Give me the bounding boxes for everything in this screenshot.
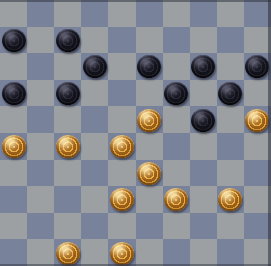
square-r8c6	[163, 213, 190, 240]
square-r5c0[interactable]	[0, 133, 27, 160]
white-man[interactable]	[218, 188, 242, 211]
square-r8c7[interactable]	[190, 213, 217, 240]
square-r9c4[interactable]	[108, 239, 135, 266]
square-r0c2	[54, 0, 81, 27]
white-man[interactable]	[110, 135, 134, 158]
square-r6c7[interactable]	[190, 160, 217, 187]
square-r3c9	[244, 80, 271, 107]
square-r5c5	[136, 133, 163, 160]
square-r0c4	[108, 0, 135, 27]
square-r9c2[interactable]	[54, 239, 81, 266]
square-r0c8	[217, 0, 244, 27]
square-r2c5[interactable]	[136, 53, 163, 80]
square-r5c1	[27, 133, 54, 160]
square-r2c9[interactable]	[244, 53, 271, 80]
square-r0c5[interactable]	[136, 0, 163, 27]
square-r2c3[interactable]	[81, 53, 108, 80]
square-r4c9[interactable]	[244, 106, 271, 133]
square-r4c7[interactable]	[190, 106, 217, 133]
black-man[interactable]	[191, 55, 215, 78]
square-r3c3	[81, 80, 108, 107]
square-r4c2	[54, 106, 81, 133]
square-r3c4[interactable]	[108, 80, 135, 107]
square-r6c8	[217, 160, 244, 187]
square-r6c3[interactable]	[81, 160, 108, 187]
black-man[interactable]	[137, 55, 161, 78]
square-r9c9	[244, 239, 271, 266]
square-r0c7[interactable]	[190, 0, 217, 27]
square-r7c5	[136, 186, 163, 213]
square-r3c0[interactable]	[0, 80, 27, 107]
square-r7c6[interactable]	[163, 186, 190, 213]
square-r5c8[interactable]	[217, 133, 244, 160]
square-r2c0	[0, 53, 27, 80]
square-r5c3	[81, 133, 108, 160]
white-man[interactable]	[56, 135, 80, 158]
square-r8c8	[217, 213, 244, 240]
white-man[interactable]	[164, 188, 188, 211]
square-r2c4	[108, 53, 135, 80]
square-r7c8[interactable]	[217, 186, 244, 213]
square-r3c7	[190, 80, 217, 107]
square-r1c9	[244, 27, 271, 54]
square-r7c4[interactable]	[108, 186, 135, 213]
square-r7c1	[27, 186, 54, 213]
square-r9c7	[190, 239, 217, 266]
square-r3c5	[136, 80, 163, 107]
square-r6c0	[0, 160, 27, 187]
black-man[interactable]	[56, 82, 80, 105]
square-r1c7	[190, 27, 217, 54]
square-r6c5[interactable]	[136, 160, 163, 187]
square-r9c3	[81, 239, 108, 266]
square-r9c5	[136, 239, 163, 266]
square-r4c4	[108, 106, 135, 133]
white-man[interactable]	[137, 109, 161, 132]
square-r2c2	[54, 53, 81, 80]
square-r2c1[interactable]	[27, 53, 54, 80]
square-r8c5[interactable]	[136, 213, 163, 240]
black-man[interactable]	[245, 55, 269, 78]
square-r4c6	[163, 106, 190, 133]
square-r5c9	[244, 133, 271, 160]
square-r4c8	[217, 106, 244, 133]
square-r1c0[interactable]	[0, 27, 27, 54]
square-r3c6[interactable]	[163, 80, 190, 107]
white-man[interactable]	[137, 162, 161, 185]
square-r4c1[interactable]	[27, 106, 54, 133]
square-r0c9[interactable]	[244, 0, 271, 27]
square-r1c8[interactable]	[217, 27, 244, 54]
white-man[interactable]	[245, 109, 269, 132]
square-r5c2[interactable]	[54, 133, 81, 160]
square-r6c2	[54, 160, 81, 187]
square-r7c7	[190, 186, 217, 213]
black-man[interactable]	[56, 29, 80, 52]
square-r4c0	[0, 106, 27, 133]
black-man[interactable]	[2, 29, 26, 52]
square-r9c1	[27, 239, 54, 266]
black-man[interactable]	[83, 55, 107, 78]
square-r2c8	[217, 53, 244, 80]
square-r8c2	[54, 213, 81, 240]
square-r4c3[interactable]	[81, 106, 108, 133]
white-man[interactable]	[56, 242, 80, 265]
square-r5c4[interactable]	[108, 133, 135, 160]
square-r6c9[interactable]	[244, 160, 271, 187]
square-r0c3[interactable]	[81, 0, 108, 27]
draughts-board	[0, 0, 271, 266]
square-r9c8[interactable]	[217, 239, 244, 266]
square-r5c6[interactable]	[163, 133, 190, 160]
square-r3c8[interactable]	[217, 80, 244, 107]
square-r9c6[interactable]	[163, 239, 190, 266]
square-r1c6[interactable]	[163, 27, 190, 54]
square-r0c6	[163, 0, 190, 27]
square-r0c1[interactable]	[27, 0, 54, 27]
square-r7c2[interactable]	[54, 186, 81, 213]
white-man[interactable]	[2, 135, 26, 158]
square-r0c0	[0, 0, 27, 27]
square-r2c7[interactable]	[190, 53, 217, 80]
square-r8c1[interactable]	[27, 213, 54, 240]
square-r1c5	[136, 27, 163, 54]
square-r7c0[interactable]	[0, 186, 27, 213]
black-man[interactable]	[191, 109, 215, 132]
square-r3c2[interactable]	[54, 80, 81, 107]
square-r9c0[interactable]	[0, 239, 27, 266]
black-man[interactable]	[164, 82, 188, 105]
square-r8c4	[108, 213, 135, 240]
square-r6c4	[108, 160, 135, 187]
square-r1c1	[27, 27, 54, 54]
square-r6c6	[163, 160, 190, 187]
white-man[interactable]	[110, 242, 134, 265]
square-r8c3[interactable]	[81, 213, 108, 240]
square-r4c5[interactable]	[136, 106, 163, 133]
square-r1c2[interactable]	[54, 27, 81, 54]
square-r8c9[interactable]	[244, 213, 271, 240]
square-r6c1[interactable]	[27, 160, 54, 187]
square-r3c1	[27, 80, 54, 107]
square-r1c4[interactable]	[108, 27, 135, 54]
square-r7c3	[81, 186, 108, 213]
black-man[interactable]	[2, 82, 26, 105]
square-r8c0	[0, 213, 27, 240]
white-man[interactable]	[110, 188, 134, 211]
square-r5c7	[190, 133, 217, 160]
square-r7c9	[244, 186, 271, 213]
black-man[interactable]	[218, 82, 242, 105]
square-r2c6	[163, 53, 190, 80]
square-r1c3	[81, 27, 108, 54]
